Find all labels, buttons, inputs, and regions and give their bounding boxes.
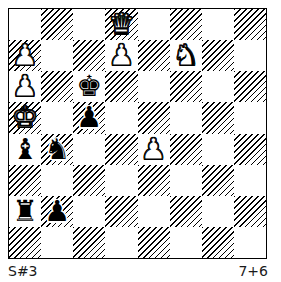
- chess-board: ♛♟♟♞♟♚♚♟♝♞♟♜♟: [8, 8, 267, 259]
- square-a5[interactable]: ♚: [9, 102, 41, 133]
- square-c7[interactable]: [73, 40, 105, 71]
- square-c5[interactable]: ♟: [73, 102, 105, 133]
- black-king[interactable]: ♚: [76, 72, 102, 101]
- square-f1[interactable]: [170, 227, 202, 258]
- square-f8[interactable]: [170, 9, 202, 40]
- square-b4[interactable]: ♞: [41, 134, 73, 165]
- piece-count-label: 7+6: [238, 263, 268, 279]
- square-e2[interactable]: [138, 196, 170, 227]
- square-g5[interactable]: [202, 102, 234, 133]
- square-f7[interactable]: ♞: [170, 40, 202, 71]
- square-h2[interactable]: [234, 196, 266, 227]
- white-knight[interactable]: ♞: [173, 41, 199, 70]
- square-b5[interactable]: [41, 102, 73, 133]
- square-d1[interactable]: [105, 227, 137, 258]
- white-king[interactable]: ♚: [12, 103, 38, 132]
- square-b6[interactable]: [41, 71, 73, 102]
- square-h6[interactable]: [234, 71, 266, 102]
- square-h3[interactable]: [234, 165, 266, 196]
- square-g8[interactable]: [202, 9, 234, 40]
- square-c4[interactable]: [73, 134, 105, 165]
- square-f2[interactable]: [170, 196, 202, 227]
- square-h8[interactable]: [234, 9, 266, 40]
- square-g2[interactable]: [202, 196, 234, 227]
- white-pawn[interactable]: ♟: [108, 41, 134, 70]
- white-pawn[interactable]: ♟: [12, 72, 38, 101]
- square-f6[interactable]: [170, 71, 202, 102]
- square-h7[interactable]: [234, 40, 266, 71]
- square-d8[interactable]: ♛: [105, 9, 137, 40]
- square-b2[interactable]: ♟: [41, 196, 73, 227]
- black-pawn[interactable]: ♟: [76, 103, 102, 132]
- diagram-captions: S#3 7+6: [8, 261, 268, 280]
- square-c2[interactable]: [73, 196, 105, 227]
- square-d4[interactable]: [105, 134, 137, 165]
- square-h1[interactable]: [234, 227, 266, 258]
- square-a4[interactable]: ♝: [9, 134, 41, 165]
- square-d3[interactable]: [105, 165, 137, 196]
- square-g7[interactable]: [202, 40, 234, 71]
- black-bishop[interactable]: ♝: [12, 135, 38, 164]
- square-g3[interactable]: [202, 165, 234, 196]
- square-b8[interactable]: [41, 9, 73, 40]
- square-c1[interactable]: [73, 227, 105, 258]
- square-a6[interactable]: ♟: [9, 71, 41, 102]
- square-b1[interactable]: [41, 227, 73, 258]
- square-a3[interactable]: [9, 165, 41, 196]
- square-d2[interactable]: [105, 196, 137, 227]
- square-g4[interactable]: [202, 134, 234, 165]
- square-f3[interactable]: [170, 165, 202, 196]
- square-e3[interactable]: [138, 165, 170, 196]
- black-pawn[interactable]: ♟: [44, 197, 70, 226]
- square-e5[interactable]: [138, 102, 170, 133]
- square-e1[interactable]: [138, 227, 170, 258]
- square-c8[interactable]: [73, 9, 105, 40]
- square-e4[interactable]: ♟: [138, 134, 170, 165]
- black-rook[interactable]: ♜: [12, 197, 38, 226]
- square-d6[interactable]: [105, 71, 137, 102]
- square-d7[interactable]: ♟: [105, 40, 137, 71]
- square-b3[interactable]: [41, 165, 73, 196]
- square-c6[interactable]: ♚: [73, 71, 105, 102]
- square-e7[interactable]: [138, 40, 170, 71]
- square-f5[interactable]: [170, 102, 202, 133]
- square-a8[interactable]: [9, 9, 41, 40]
- square-e8[interactable]: [138, 9, 170, 40]
- square-h5[interactable]: [234, 102, 266, 133]
- square-c3[interactable]: [73, 165, 105, 196]
- white-pawn[interactable]: ♟: [12, 41, 38, 70]
- square-h4[interactable]: [234, 134, 266, 165]
- square-e6[interactable]: [138, 71, 170, 102]
- square-a1[interactable]: [9, 227, 41, 258]
- square-d5[interactable]: [105, 102, 137, 133]
- stipulation-label: S#3: [8, 263, 38, 279]
- white-pawn[interactable]: ♟: [141, 135, 167, 164]
- square-g1[interactable]: [202, 227, 234, 258]
- square-a2[interactable]: ♜: [9, 196, 41, 227]
- square-a7[interactable]: ♟: [9, 40, 41, 71]
- square-g6[interactable]: [202, 71, 234, 102]
- square-f4[interactable]: [170, 134, 202, 165]
- square-b7[interactable]: [41, 40, 73, 71]
- white-queen[interactable]: ♛: [108, 10, 134, 39]
- black-knight[interactable]: ♞: [44, 135, 70, 164]
